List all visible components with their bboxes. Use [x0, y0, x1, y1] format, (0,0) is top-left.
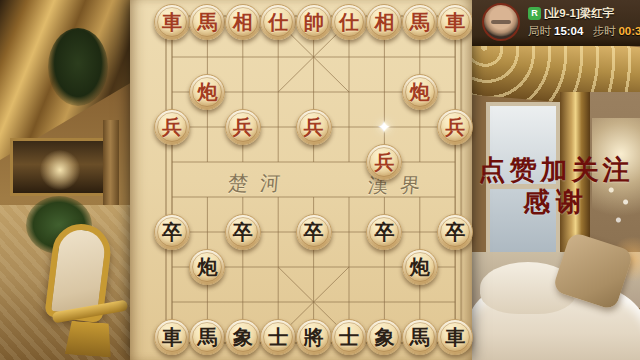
piece-character: 相: [233, 12, 253, 32]
piece-black-炮[interactable]: 炮: [402, 249, 438, 285]
piece-character: 卒: [374, 222, 394, 242]
piece-character: 卒: [304, 222, 324, 242]
piece-black-車[interactable]: 車: [437, 319, 473, 355]
piece-character: 帥: [304, 12, 324, 32]
piece-red-兵[interactable]: 兵: [225, 109, 261, 145]
piece-black-炮[interactable]: 炮: [189, 249, 225, 285]
piece-character: 炮: [410, 257, 430, 277]
piece-red-車[interactable]: 車: [437, 4, 473, 40]
player-avatar: [482, 3, 520, 41]
piece-red-馬[interactable]: 馬: [402, 4, 438, 40]
piece-character: 卒: [445, 222, 465, 242]
piece-character: 士: [339, 327, 359, 347]
piece-red-車[interactable]: 車: [154, 4, 190, 40]
piece-black-士[interactable]: 士: [331, 319, 367, 355]
piece-character: 相: [374, 12, 394, 32]
pieces-layer: 車馬相仕帥仕相馬車炮炮兵兵兵兵兵卒卒卒卒卒炮炮車馬象士將士象馬車: [130, 0, 472, 360]
piece-black-馬[interactable]: 馬: [402, 319, 438, 355]
overlay-line-2: 感谢: [472, 188, 640, 218]
gold-chair-leg: [65, 320, 113, 357]
piece-character: 車: [162, 12, 182, 32]
piece-character: 車: [162, 327, 182, 347]
piece-red-兵[interactable]: 兵: [154, 109, 190, 145]
piece-red-炮[interactable]: 炮: [402, 74, 438, 110]
stream-overlay-text: 点赞加关注 感谢: [472, 156, 640, 217]
chandelier-reflection: [40, 150, 80, 190]
player-info-bar: R [业9-1]梁红宇 局时 15:04 步时 00:30: [472, 0, 640, 46]
piece-black-將[interactable]: 將: [296, 319, 332, 355]
piece-black-卒[interactable]: 卒: [296, 214, 332, 250]
left-background-photo: [0, 0, 130, 360]
player-name-row: R [业9-1]梁红宇: [528, 6, 614, 21]
move-time-label: 步时: [592, 24, 615, 39]
app-window: R [业9-1]梁红宇 局时 15:04 步时 00:30 点赞加关注 感谢 楚…: [0, 0, 640, 360]
piece-character: 仕: [268, 12, 288, 32]
piece-character: 象: [374, 327, 394, 347]
xiangqi-board[interactable]: 楚河 漢界 車馬相仕帥仕相馬車炮炮兵兵兵兵兵卒卒卒卒卒炮炮車馬象士將士象馬車 ✦: [130, 0, 472, 360]
piece-character: 炮: [197, 257, 217, 277]
last-move-marker: ✦: [371, 114, 397, 140]
piece-character: 將: [304, 327, 324, 347]
piece-black-卒[interactable]: 卒: [154, 214, 190, 250]
piece-black-馬[interactable]: 馬: [189, 319, 225, 355]
piece-red-兵[interactable]: 兵: [366, 144, 402, 180]
game-time-value: 15:04: [554, 25, 583, 37]
piece-red-馬[interactable]: 馬: [189, 4, 225, 40]
plant-top: [48, 28, 108, 106]
piece-character: 兵: [304, 117, 324, 137]
piece-character: 卒: [233, 222, 253, 242]
piece-black-象[interactable]: 象: [225, 319, 261, 355]
piece-character: 兵: [162, 117, 182, 137]
piece-character: 兵: [233, 117, 253, 137]
piece-black-卒[interactable]: 卒: [437, 214, 473, 250]
game-time-label: 局时: [528, 24, 551, 39]
piece-character: 象: [233, 327, 253, 347]
piece-black-車[interactable]: 車: [154, 319, 190, 355]
piece-red-帥[interactable]: 帥: [296, 4, 332, 40]
piece-black-士[interactable]: 士: [260, 319, 296, 355]
piece-character: 兵: [445, 117, 465, 137]
piece-red-相[interactable]: 相: [225, 4, 261, 40]
piece-character: 馬: [197, 12, 217, 32]
overlay-line-1: 点赞加关注: [472, 156, 640, 186]
piece-character: 馬: [197, 327, 217, 347]
piece-red-仕[interactable]: 仕: [331, 4, 367, 40]
piece-character: 車: [445, 12, 465, 32]
piece-character: 炮: [197, 82, 217, 102]
timers-row: 局时 15:04 步时 00:30: [528, 24, 638, 39]
piece-character: 馬: [410, 12, 430, 32]
piece-character: 兵: [374, 152, 394, 172]
piece-red-炮[interactable]: 炮: [189, 74, 225, 110]
rank-badge: R: [528, 7, 541, 20]
piece-character: 仕: [339, 12, 359, 32]
piece-black-象[interactable]: 象: [366, 319, 402, 355]
piece-character: 卒: [162, 222, 182, 242]
piece-character: 士: [268, 327, 288, 347]
piece-black-卒[interactable]: 卒: [225, 214, 261, 250]
piece-red-兵[interactable]: 兵: [437, 109, 473, 145]
player-name: [业9-1]梁红宇: [544, 6, 614, 21]
piece-red-相[interactable]: 相: [366, 4, 402, 40]
piece-character: 炮: [410, 82, 430, 102]
piece-character: 馬: [410, 327, 430, 347]
piece-red-仕[interactable]: 仕: [260, 4, 296, 40]
piece-character: 車: [445, 327, 465, 347]
move-time-value: 00:30: [618, 25, 640, 37]
piece-black-卒[interactable]: 卒: [366, 214, 402, 250]
piece-red-兵[interactable]: 兵: [296, 109, 332, 145]
